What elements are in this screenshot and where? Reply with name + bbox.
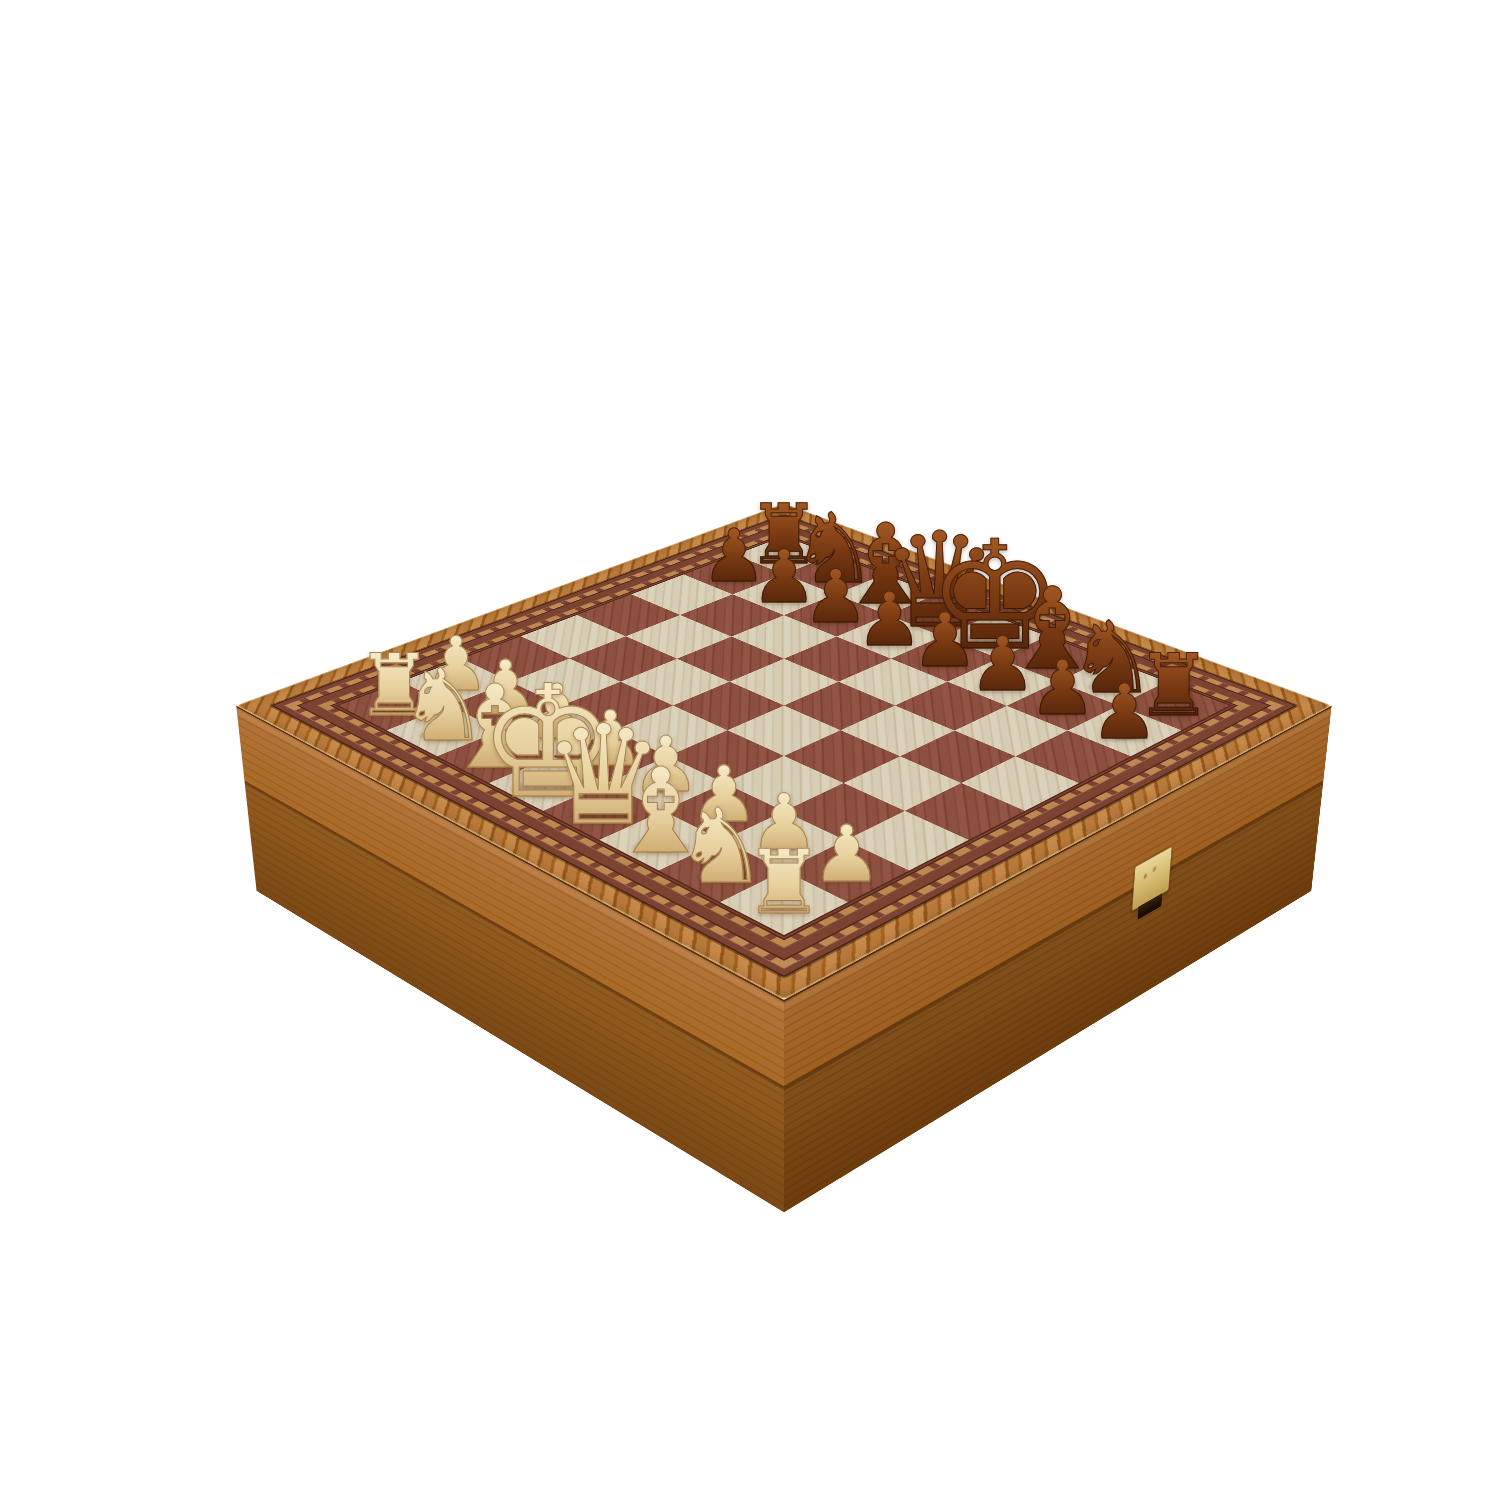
piece-black-pawn-f7[interactable]: ♟	[969, 627, 1036, 702]
piece-black-pawn-g7[interactable]: ♟	[1029, 651, 1097, 726]
piece-black-pawn-h7[interactable]: ♟	[1091, 675, 1159, 751]
piece-white-rook-h1[interactable]: ♜	[744, 838, 824, 927]
product-photo-scene: ♜♞♝♛♚♝♞♜♟♟♟♟♟♟♟♟♟♟♟♟♟♟♟♟♜♞♝♚♛♝♞♜	[0, 0, 1500, 1500]
pieces-layer: ♜♞♝♛♚♝♞♜♟♟♟♟♟♟♟♟♟♟♟♟♟♟♟♟♜♞♝♚♛♝♞♜	[0, 0, 1500, 1500]
